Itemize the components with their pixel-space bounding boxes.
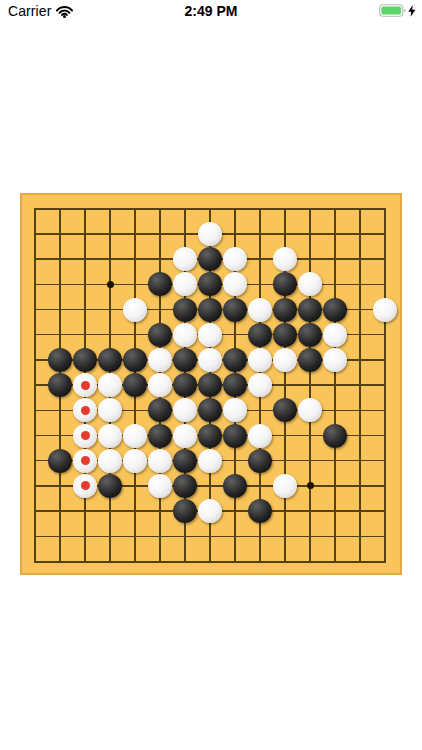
white-stone[interactable] — [298, 398, 322, 422]
star-point — [307, 482, 314, 489]
black-stone[interactable] — [198, 298, 222, 322]
white-stone[interactable] — [273, 348, 297, 372]
white-stone[interactable] — [198, 449, 222, 473]
black-stone[interactable] — [148, 323, 172, 347]
black-stone[interactable] — [273, 272, 297, 296]
white-stone[interactable] — [273, 247, 297, 271]
black-stone[interactable] — [173, 499, 197, 523]
black-stone[interactable] — [198, 424, 222, 448]
white-stone[interactable] — [198, 499, 222, 523]
white-stone[interactable] — [173, 323, 197, 347]
black-stone[interactable] — [248, 499, 272, 523]
winning-stone-marker — [81, 481, 90, 490]
black-stone[interactable] — [173, 373, 197, 397]
black-stone[interactable] — [123, 348, 147, 372]
black-stone[interactable] — [48, 449, 72, 473]
white-stone[interactable] — [123, 424, 147, 448]
black-stone[interactable] — [223, 474, 247, 498]
black-stone[interactable] — [298, 323, 322, 347]
black-stone[interactable] — [173, 449, 197, 473]
black-stone[interactable] — [298, 348, 322, 372]
grid-line-horizontal — [34, 208, 386, 210]
black-stone[interactable] — [48, 348, 72, 372]
black-stone[interactable] — [223, 373, 247, 397]
white-stone[interactable] — [248, 373, 272, 397]
white-stone[interactable] — [123, 298, 147, 322]
white-stone[interactable] — [223, 272, 247, 296]
white-stone[interactable] — [248, 424, 272, 448]
status-right-group — [379, 4, 416, 17]
black-stone[interactable] — [98, 474, 122, 498]
grid-line-horizontal — [34, 536, 386, 537]
white-stone[interactable] — [248, 348, 272, 372]
white-stone[interactable] — [298, 272, 322, 296]
white-stone[interactable] — [198, 222, 222, 246]
white-stone[interactable] — [148, 474, 172, 498]
winning-stone-marker — [81, 406, 90, 415]
black-stone[interactable] — [148, 272, 172, 296]
white-stone[interactable] — [248, 298, 272, 322]
black-stone[interactable] — [273, 323, 297, 347]
white-stone[interactable] — [173, 272, 197, 296]
black-stone[interactable] — [323, 298, 347, 322]
black-stone[interactable] — [298, 298, 322, 322]
white-stone[interactable] — [223, 398, 247, 422]
black-stone[interactable] — [198, 272, 222, 296]
grid-line-horizontal — [34, 561, 386, 563]
battery-icon — [379, 4, 406, 17]
white-stone[interactable] — [323, 323, 347, 347]
white-stone[interactable] — [148, 373, 172, 397]
battery-fill — [381, 6, 401, 14]
white-stone[interactable] — [198, 323, 222, 347]
black-stone[interactable] — [198, 373, 222, 397]
white-stone[interactable] — [123, 449, 147, 473]
white-stone[interactable] — [98, 424, 122, 448]
black-stone[interactable] — [123, 373, 147, 397]
black-stone[interactable] — [173, 298, 197, 322]
white-stone[interactable] — [173, 247, 197, 271]
white-stone[interactable] — [98, 373, 122, 397]
clock-label: 2:49 PM — [0, 3, 422, 19]
black-stone[interactable] — [173, 474, 197, 498]
white-stone[interactable] — [148, 348, 172, 372]
black-stone[interactable] — [73, 348, 97, 372]
black-stone[interactable] — [248, 449, 272, 473]
black-stone[interactable] — [248, 323, 272, 347]
white-stone[interactable] — [198, 348, 222, 372]
charging-bolt-icon — [408, 5, 416, 17]
black-stone[interactable] — [223, 298, 247, 322]
black-stone[interactable] — [173, 348, 197, 372]
white-stone[interactable] — [273, 474, 297, 498]
black-stone[interactable] — [148, 398, 172, 422]
white-stone[interactable] — [98, 449, 122, 473]
white-stone[interactable] — [173, 398, 197, 422]
winning-stone-marker — [81, 456, 90, 465]
white-stone[interactable] — [223, 247, 247, 271]
black-stone[interactable] — [198, 398, 222, 422]
black-stone[interactable] — [223, 424, 247, 448]
white-stone[interactable] — [173, 424, 197, 448]
black-stone[interactable] — [273, 298, 297, 322]
black-stone[interactable] — [148, 424, 172, 448]
winning-stone-marker — [81, 431, 90, 440]
black-stone[interactable] — [198, 247, 222, 271]
winning-stone-marker — [81, 381, 90, 390]
white-stone[interactable] — [373, 298, 397, 322]
black-stone[interactable] — [98, 348, 122, 372]
status-bar: Carrier 2:49 PM — [0, 0, 422, 21]
black-stone[interactable] — [273, 398, 297, 422]
star-point — [107, 281, 114, 288]
white-stone[interactable] — [148, 449, 172, 473]
black-stone[interactable] — [323, 424, 347, 448]
black-stone[interactable] — [48, 373, 72, 397]
black-stone[interactable] — [223, 348, 247, 372]
gomoku-board[interactable] — [20, 193, 402, 575]
white-stone[interactable] — [98, 398, 122, 422]
white-stone[interactable] — [323, 348, 347, 372]
